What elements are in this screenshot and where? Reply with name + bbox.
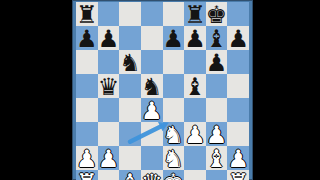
square-f2[interactable]	[184, 146, 206, 170]
square-c2[interactable]	[119, 146, 141, 170]
square-e3[interactable]: ♞	[163, 122, 185, 146]
black-knight[interactable]: ♞	[141, 75, 163, 99]
white-pawn[interactable]: ♟	[184, 123, 206, 147]
black-king[interactable]: ♚	[206, 3, 228, 27]
square-d3[interactable]	[141, 122, 163, 146]
square-g4[interactable]	[206, 98, 228, 122]
square-g8[interactable]: ♚	[206, 2, 228, 26]
square-h8[interactable]	[227, 2, 249, 26]
square-c6[interactable]: ♞	[119, 50, 141, 74]
square-f3[interactable]: ♟	[184, 122, 206, 146]
black-bishop[interactable]: ♝	[206, 27, 228, 51]
square-a1[interactable]: ♜	[76, 170, 98, 180]
square-d5[interactable]: ♞	[141, 74, 163, 98]
square-h7[interactable]: ♟	[227, 26, 249, 50]
square-g3[interactable]: ♟	[206, 122, 228, 146]
video-frame: ♜♜♚♟♟♟♟♝♟♞♟♛♞♝♟♞♟♟♟♟♞♝♟♜♝♛♚♜	[0, 0, 320, 180]
square-h5[interactable]	[227, 74, 249, 98]
square-b8[interactable]	[98, 2, 120, 26]
white-pawn[interactable]: ♟	[227, 147, 249, 171]
square-b6[interactable]	[98, 50, 120, 74]
square-g6[interactable]: ♟	[206, 50, 228, 74]
square-c5[interactable]	[119, 74, 141, 98]
black-pawn[interactable]: ♟	[76, 27, 98, 51]
chess-board[interactable]: ♜♜♚♟♟♟♟♝♟♞♟♛♞♝♟♞♟♟♟♟♞♝♟♜♝♛♚♜	[76, 2, 249, 174]
square-d1[interactable]: ♛	[141, 170, 163, 180]
square-b2[interactable]: ♟	[98, 146, 120, 170]
white-king[interactable]: ♚	[163, 171, 185, 180]
black-knight[interactable]: ♞	[119, 51, 141, 75]
black-bishop[interactable]: ♝	[184, 75, 206, 99]
square-a8[interactable]: ♜	[76, 2, 98, 26]
white-rook[interactable]: ♜	[76, 171, 98, 180]
square-g7[interactable]: ♝	[206, 26, 228, 50]
square-d7[interactable]	[141, 26, 163, 50]
square-e8[interactable]	[163, 2, 185, 26]
square-a4[interactable]	[76, 98, 98, 122]
black-pawn[interactable]: ♟	[98, 27, 120, 51]
square-c8[interactable]	[119, 2, 141, 26]
square-b4[interactable]	[98, 98, 120, 122]
square-b7[interactable]: ♟	[98, 26, 120, 50]
square-h6[interactable]	[227, 50, 249, 74]
square-c3[interactable]	[119, 122, 141, 146]
square-e4[interactable]	[163, 98, 185, 122]
square-g5[interactable]	[206, 74, 228, 98]
black-rook[interactable]: ♜	[184, 3, 206, 27]
white-knight[interactable]: ♞	[163, 147, 185, 171]
square-d2[interactable]	[141, 146, 163, 170]
white-pawn[interactable]: ♟	[141, 99, 163, 123]
square-b3[interactable]	[98, 122, 120, 146]
square-d6[interactable]	[141, 50, 163, 74]
square-a7[interactable]: ♟	[76, 26, 98, 50]
square-c7[interactable]	[119, 26, 141, 50]
square-e6[interactable]	[163, 50, 185, 74]
black-pawn[interactable]: ♟	[227, 27, 249, 51]
square-a3[interactable]	[76, 122, 98, 146]
white-pawn[interactable]: ♟	[206, 123, 228, 147]
white-queen[interactable]: ♛	[141, 171, 163, 180]
square-a5[interactable]	[76, 74, 98, 98]
black-pawn[interactable]: ♟	[184, 27, 206, 51]
square-f6[interactable]	[184, 50, 206, 74]
square-a6[interactable]	[76, 50, 98, 74]
square-h4[interactable]	[227, 98, 249, 122]
white-bishop[interactable]: ♝	[206, 147, 228, 171]
square-h2[interactable]: ♟	[227, 146, 249, 170]
white-knight[interactable]: ♞	[163, 123, 185, 147]
square-d4[interactable]: ♟	[141, 98, 163, 122]
white-rook[interactable]: ♜	[227, 171, 249, 180]
square-b5[interactable]: ♛	[98, 74, 120, 98]
square-f5[interactable]: ♝	[184, 74, 206, 98]
black-rook[interactable]: ♜	[76, 3, 98, 27]
square-e2[interactable]: ♞	[163, 146, 185, 170]
square-h3[interactable]	[227, 122, 249, 146]
square-e5[interactable]	[163, 74, 185, 98]
square-d8[interactable]	[141, 2, 163, 26]
square-c1[interactable]: ♝	[119, 170, 141, 180]
square-e7[interactable]: ♟	[163, 26, 185, 50]
board-frame: ♜♜♚♟♟♟♟♝♟♞♟♛♞♝♟♞♟♟♟♟♞♝♟♜♝♛♚♜	[72, 0, 253, 180]
black-pawn[interactable]: ♟	[206, 51, 228, 75]
square-f4[interactable]	[184, 98, 206, 122]
square-g2[interactable]: ♝	[206, 146, 228, 170]
screenshot-root: { "game": "chess", "position": { "fen": …	[0, 0, 320, 180]
square-c4[interactable]	[119, 98, 141, 122]
square-f8[interactable]: ♜	[184, 2, 206, 26]
white-pawn[interactable]: ♟	[98, 147, 120, 171]
square-h1[interactable]: ♜	[227, 170, 249, 180]
black-pawn[interactable]: ♟	[163, 27, 185, 51]
black-queen[interactable]: ♛	[98, 75, 120, 99]
square-a2[interactable]: ♟	[76, 146, 98, 170]
square-e1[interactable]: ♚	[163, 170, 185, 180]
square-f1[interactable]	[184, 170, 206, 180]
square-f7[interactable]: ♟	[184, 26, 206, 50]
white-bishop[interactable]: ♝	[119, 171, 141, 180]
white-pawn[interactable]: ♟	[76, 147, 98, 171]
